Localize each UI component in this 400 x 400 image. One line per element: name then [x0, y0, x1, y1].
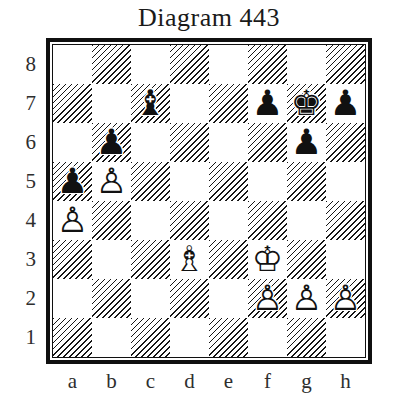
rank-label-3: 3: [12, 240, 40, 279]
square-b2: [92, 279, 131, 318]
black-pawn-icon: ♟: [53, 162, 92, 201]
black-bishop-icon: ♝: [131, 84, 170, 123]
square-a8: [53, 45, 92, 84]
square-c3: [131, 240, 170, 279]
square-g1: [287, 318, 326, 357]
square-b5: ♟♙: [92, 162, 131, 201]
white-pawn-icon: ♟♙: [326, 279, 365, 318]
square-f8: [248, 45, 287, 84]
square-e2: [209, 279, 248, 318]
white-pawn-outline: ♙: [53, 201, 92, 240]
white-pawn-icon: ♟♙: [248, 279, 287, 318]
square-e1: [209, 318, 248, 357]
rank-label-1: 1: [12, 318, 40, 357]
square-c8: [131, 45, 170, 84]
white-pawn-outline: ♙: [287, 279, 326, 318]
square-d1: [170, 318, 209, 357]
square-c6: [131, 123, 170, 162]
square-c7: ♝: [131, 84, 170, 123]
chess-diagram-page: Diagram 443 87654321 ♝♟♚♟♟♟♟♟♙♟♙♝♗♚♔♟♙♟♙…: [0, 0, 400, 400]
square-g2: ♟♙: [287, 279, 326, 318]
white-pawn-icon: ♟♙: [92, 162, 131, 201]
square-f4: [248, 201, 287, 240]
square-h6: [326, 123, 365, 162]
square-f5: [248, 162, 287, 201]
rank-label-2: 2: [12, 279, 40, 318]
square-b3: [92, 240, 131, 279]
square-h7: ♟: [326, 84, 365, 123]
board-squares: ♝♟♚♟♟♟♟♟♙♟♙♝♗♚♔♟♙♟♙♟♙: [52, 44, 366, 358]
square-f7: ♟: [248, 84, 287, 123]
file-label-e: e: [209, 365, 248, 397]
square-h5: [326, 162, 365, 201]
square-g8: [287, 45, 326, 84]
square-f3: ♚♔: [248, 240, 287, 279]
file-label-h: h: [326, 365, 365, 397]
rank-labels: 87654321: [12, 45, 40, 357]
rank-label-4: 4: [12, 201, 40, 240]
black-king-icon: ♚: [287, 84, 326, 123]
square-b8: [92, 45, 131, 84]
square-d6: [170, 123, 209, 162]
white-king-icon: ♚♔: [248, 240, 287, 279]
square-b6: ♟: [92, 123, 131, 162]
file-label-b: b: [92, 365, 131, 397]
black-pawn-icon: ♟: [248, 84, 287, 123]
square-a1: [53, 318, 92, 357]
square-h4: [326, 201, 365, 240]
square-c5: [131, 162, 170, 201]
square-e6: [209, 123, 248, 162]
square-d2: [170, 279, 209, 318]
square-g6: ♟: [287, 123, 326, 162]
square-c1: [131, 318, 170, 357]
square-a4: ♟♙: [53, 201, 92, 240]
square-d3: ♝♗: [170, 240, 209, 279]
black-pawn-icon: ♟: [326, 84, 365, 123]
square-b4: [92, 201, 131, 240]
white-pawn-icon: ♟♙: [53, 201, 92, 240]
square-e7: [209, 84, 248, 123]
rank-label-5: 5: [12, 162, 40, 201]
square-d8: [170, 45, 209, 84]
white-pawn-outline: ♙: [248, 279, 287, 318]
file-labels: abcdefgh: [53, 365, 365, 397]
black-pawn-icon: ♟: [92, 123, 131, 162]
chess-board: ♝♟♚♟♟♟♟♟♙♟♙♝♗♚♔♟♙♟♙♟♙: [46, 38, 372, 364]
square-g3: [287, 240, 326, 279]
square-h1: [326, 318, 365, 357]
rank-label-7: 7: [12, 84, 40, 123]
square-b1: [92, 318, 131, 357]
square-c4: [131, 201, 170, 240]
white-king-outline: ♔: [248, 240, 287, 279]
diagram-title: Diagram 443: [46, 3, 372, 33]
white-pawn-outline: ♙: [326, 279, 365, 318]
black-pawn-icon: ♟: [287, 123, 326, 162]
rank-label-8: 8: [12, 45, 40, 84]
square-h8: [326, 45, 365, 84]
square-e3: [209, 240, 248, 279]
square-a3: [53, 240, 92, 279]
square-f2: ♟♙: [248, 279, 287, 318]
square-d4: [170, 201, 209, 240]
square-h2: ♟♙: [326, 279, 365, 318]
file-label-f: f: [248, 365, 287, 397]
white-bishop-outline: ♗: [170, 240, 209, 279]
square-h3: [326, 240, 365, 279]
square-e5: [209, 162, 248, 201]
file-label-d: d: [170, 365, 209, 397]
square-d7: [170, 84, 209, 123]
white-pawn-outline: ♙: [92, 162, 131, 201]
square-c2: [131, 279, 170, 318]
square-f1: [248, 318, 287, 357]
square-a7: [53, 84, 92, 123]
square-a2: [53, 279, 92, 318]
rank-label-6: 6: [12, 123, 40, 162]
square-a6: [53, 123, 92, 162]
square-a5: ♟: [53, 162, 92, 201]
square-e8: [209, 45, 248, 84]
square-b7: [92, 84, 131, 123]
file-label-a: a: [53, 365, 92, 397]
white-bishop-icon: ♝♗: [170, 240, 209, 279]
white-pawn-icon: ♟♙: [287, 279, 326, 318]
file-label-g: g: [287, 365, 326, 397]
square-g4: [287, 201, 326, 240]
square-g7: ♚: [287, 84, 326, 123]
square-d5: [170, 162, 209, 201]
file-label-c: c: [131, 365, 170, 397]
square-e4: [209, 201, 248, 240]
square-f6: [248, 123, 287, 162]
square-g5: [287, 162, 326, 201]
